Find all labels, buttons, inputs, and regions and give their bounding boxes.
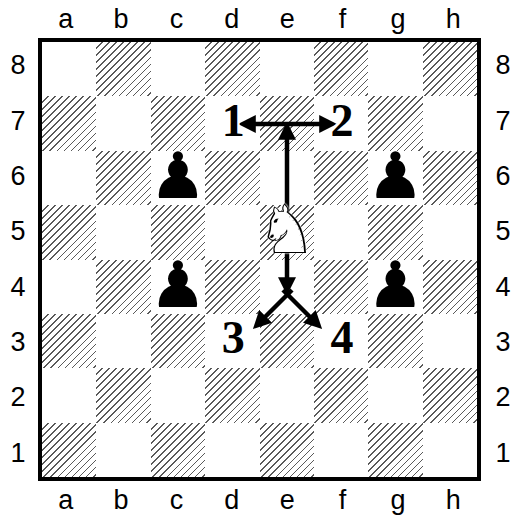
square-g1 xyxy=(368,423,422,477)
file-label: d xyxy=(204,481,259,520)
square-h3 xyxy=(423,314,477,368)
rank-labels-right: 87654321 xyxy=(483,38,523,481)
rank-label: 1 xyxy=(483,426,523,481)
square-a6 xyxy=(42,151,96,205)
square-a2 xyxy=(42,368,96,422)
rank-label: 3 xyxy=(483,315,523,370)
square-h5 xyxy=(423,205,477,259)
square-d4 xyxy=(205,260,259,314)
square-h4 xyxy=(423,260,477,314)
rank-label: 1 xyxy=(0,426,36,481)
square-f6 xyxy=(314,151,368,205)
knight-outline: ♘ xyxy=(256,196,317,264)
square-b6 xyxy=(96,151,150,205)
square-a4 xyxy=(42,260,96,314)
file-label: h xyxy=(426,481,481,520)
square-d8 xyxy=(205,42,259,96)
square-c3 xyxy=(151,314,205,368)
piece-black-pawn-g4: ♟ xyxy=(367,253,424,317)
square-d5 xyxy=(205,205,259,259)
square-g8 xyxy=(368,42,422,96)
square-g3 xyxy=(368,314,422,368)
square-b3 xyxy=(96,314,150,368)
square-a8 xyxy=(42,42,96,96)
piece-black-pawn-c4: ♟ xyxy=(149,253,206,317)
move-label-2: 2 xyxy=(331,94,354,147)
square-h8 xyxy=(423,42,477,96)
file-labels-top: abcdefgh xyxy=(38,0,481,38)
file-label: e xyxy=(260,0,315,38)
file-label: g xyxy=(370,481,425,520)
square-f4 xyxy=(314,260,368,314)
rank-label: 6 xyxy=(483,149,523,204)
rank-label: 5 xyxy=(0,204,36,259)
square-c1 xyxy=(151,423,205,477)
square-d1 xyxy=(205,423,259,477)
square-a3 xyxy=(42,314,96,368)
square-b8 xyxy=(96,42,150,96)
rank-label: 4 xyxy=(0,260,36,315)
file-label: g xyxy=(370,0,425,38)
chess-diagram: abcdefgh abcdefgh 87654321 87654321 ♟♟♞♘… xyxy=(0,0,525,520)
square-b4 xyxy=(96,260,150,314)
square-c8 xyxy=(151,42,205,96)
square-f8 xyxy=(314,42,368,96)
square-e8 xyxy=(260,42,314,96)
square-a7 xyxy=(42,96,96,150)
file-label: a xyxy=(38,0,93,38)
file-label: b xyxy=(93,0,148,38)
file-label: f xyxy=(315,0,370,38)
square-e3 xyxy=(260,314,314,368)
move-label-3: 3 xyxy=(222,312,245,365)
file-label: b xyxy=(93,481,148,520)
square-b7 xyxy=(96,96,150,150)
square-b1 xyxy=(96,423,150,477)
piece-black-pawn-g6: ♟ xyxy=(367,144,424,208)
rank-label: 2 xyxy=(483,370,523,425)
square-f2 xyxy=(314,368,368,422)
rank-label: 5 xyxy=(483,204,523,259)
square-c2 xyxy=(151,368,205,422)
file-label: h xyxy=(426,0,481,38)
square-a5 xyxy=(42,205,96,259)
square-g2 xyxy=(368,368,422,422)
square-h1 xyxy=(423,423,477,477)
rank-label: 2 xyxy=(0,370,36,425)
file-label: d xyxy=(204,0,259,38)
rank-label: 6 xyxy=(0,149,36,204)
square-h6 xyxy=(423,151,477,205)
square-d2 xyxy=(205,368,259,422)
file-label: c xyxy=(149,481,204,520)
square-h7 xyxy=(423,96,477,150)
rank-label: 7 xyxy=(483,93,523,148)
square-e7 xyxy=(260,96,314,150)
move-label-4: 4 xyxy=(331,312,354,365)
rank-label: 3 xyxy=(0,315,36,370)
file-label: e xyxy=(260,481,315,520)
file-labels-bottom: abcdefgh xyxy=(38,481,481,520)
square-e1 xyxy=(260,423,314,477)
rank-label: 7 xyxy=(0,93,36,148)
piece-black-pawn-c6: ♟ xyxy=(149,144,206,208)
rank-label: 8 xyxy=(0,38,36,93)
square-h2 xyxy=(423,368,477,422)
move-label-1: 1 xyxy=(222,94,245,147)
square-d6 xyxy=(205,151,259,205)
file-label: a xyxy=(38,481,93,520)
rank-label: 4 xyxy=(483,260,523,315)
square-b2 xyxy=(96,368,150,422)
rank-label: 8 xyxy=(483,38,523,93)
file-label: f xyxy=(315,481,370,520)
square-b5 xyxy=(96,205,150,259)
square-f1 xyxy=(314,423,368,477)
square-a1 xyxy=(42,423,96,477)
file-label: c xyxy=(149,0,204,38)
square-e2 xyxy=(260,368,314,422)
square-f5 xyxy=(314,205,368,259)
rank-labels-left: 87654321 xyxy=(0,38,36,481)
